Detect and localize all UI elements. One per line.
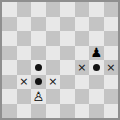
square-g3[interactable]: [89, 75, 104, 90]
square-h4[interactable]: ×: [104, 60, 119, 75]
square-e4[interactable]: [60, 60, 75, 75]
square-f6[interactable]: [75, 31, 90, 46]
square-f4[interactable]: ×: [75, 60, 90, 75]
square-g7[interactable]: [89, 17, 104, 32]
square-e7[interactable]: [60, 17, 75, 32]
square-c7[interactable]: [31, 17, 46, 32]
square-b5[interactable]: [17, 46, 32, 61]
white-pawn: ♙: [32, 90, 44, 103]
square-a4[interactable]: [2, 60, 17, 75]
square-h5[interactable]: [104, 46, 119, 61]
black-pawn: ♟: [90, 46, 102, 59]
square-f1[interactable]: [75, 104, 90, 119]
square-d8[interactable]: [46, 2, 61, 17]
square-g4[interactable]: [89, 60, 104, 75]
capture-x-marker: ×: [106, 62, 115, 73]
square-d3[interactable]: ×: [46, 75, 61, 90]
square-f7[interactable]: [75, 17, 90, 32]
square-a6[interactable]: [2, 31, 17, 46]
square-c2[interactable]: ♙: [31, 89, 46, 104]
square-a2[interactable]: [2, 89, 17, 104]
square-d5[interactable]: [46, 46, 61, 61]
square-f5[interactable]: [75, 46, 90, 61]
square-c8[interactable]: [31, 2, 46, 17]
square-e2[interactable]: [60, 89, 75, 104]
square-d7[interactable]: [46, 17, 61, 32]
move-dot-marker: [35, 64, 42, 71]
square-g8[interactable]: [89, 2, 104, 17]
square-d6[interactable]: [46, 31, 61, 46]
square-b2[interactable]: [17, 89, 32, 104]
square-d4[interactable]: [46, 60, 61, 75]
square-g1[interactable]: [89, 104, 104, 119]
square-c5[interactable]: [31, 46, 46, 61]
square-a7[interactable]: [2, 17, 17, 32]
square-b8[interactable]: [17, 2, 32, 17]
move-dot-marker: [93, 64, 100, 71]
square-h2[interactable]: [104, 89, 119, 104]
capture-x-marker: ×: [77, 62, 86, 73]
square-a8[interactable]: [2, 2, 17, 17]
square-h6[interactable]: [104, 31, 119, 46]
square-e5[interactable]: [60, 46, 75, 61]
square-b4[interactable]: [17, 60, 32, 75]
square-a1[interactable]: [2, 104, 17, 119]
square-c4[interactable]: [31, 60, 46, 75]
square-h1[interactable]: [104, 104, 119, 119]
move-dot-marker: [35, 78, 42, 85]
square-d1[interactable]: [46, 104, 61, 119]
square-e6[interactable]: [60, 31, 75, 46]
square-c6[interactable]: [31, 31, 46, 46]
square-c3[interactable]: [31, 75, 46, 90]
chess-board-frame: ♟××××♙: [0, 0, 120, 120]
square-h8[interactable]: [104, 2, 119, 17]
square-h3[interactable]: [104, 75, 119, 90]
square-g2[interactable]: [89, 89, 104, 104]
square-g5[interactable]: ♟: [89, 46, 104, 61]
square-b3[interactable]: ×: [17, 75, 32, 90]
square-f8[interactable]: [75, 2, 90, 17]
square-b1[interactable]: [17, 104, 32, 119]
square-a3[interactable]: [2, 75, 17, 90]
square-f3[interactable]: [75, 75, 90, 90]
square-e1[interactable]: [60, 104, 75, 119]
square-a5[interactable]: [2, 46, 17, 61]
square-e8[interactable]: [60, 2, 75, 17]
capture-x-marker: ×: [19, 76, 28, 87]
square-e3[interactable]: [60, 75, 75, 90]
square-h7[interactable]: [104, 17, 119, 32]
square-g6[interactable]: [89, 31, 104, 46]
chess-board: ♟××××♙: [2, 2, 118, 118]
square-b7[interactable]: [17, 17, 32, 32]
square-b6[interactable]: [17, 31, 32, 46]
square-f2[interactable]: [75, 89, 90, 104]
square-c1[interactable]: [31, 104, 46, 119]
square-d2[interactable]: [46, 89, 61, 104]
capture-x-marker: ×: [48, 76, 57, 87]
